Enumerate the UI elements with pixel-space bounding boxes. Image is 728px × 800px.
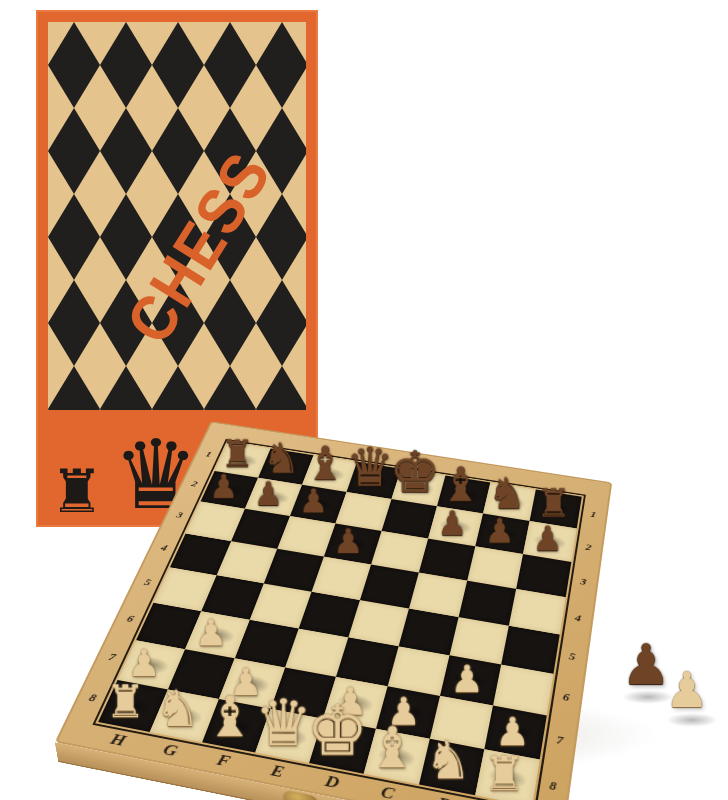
piece-light-queen[interactable]: ♛ (254, 693, 312, 754)
piece-light-rook[interactable]: ♜ (105, 681, 145, 723)
piece-dark-bishop[interactable]: ♝ (440, 463, 482, 507)
piece-dark-pawn[interactable]: ♟ (209, 472, 238, 503)
rank-label-3: 3 (566, 562, 601, 602)
piece-dark-knight[interactable]: ♞ (262, 439, 300, 479)
piece-light-pawn[interactable]: ♟ (450, 662, 484, 698)
rank-label-7: 7 (540, 715, 580, 765)
piece-dark-knight[interactable]: ♞ (487, 474, 526, 515)
piece-dark-rook[interactable]: ♜ (536, 485, 571, 522)
square-a2[interactable]: ♟ (523, 521, 577, 562)
piece-light-rook[interactable]: ♜ (483, 752, 525, 797)
piece-dark-queen[interactable]: ♛ (346, 442, 394, 493)
piece-light-knight[interactable]: ♞ (424, 736, 471, 786)
square-a4[interactable] (509, 589, 566, 635)
square-e4[interactable] (312, 557, 371, 600)
square-a5[interactable] (501, 626, 560, 674)
square-a8[interactable]: ♜ (475, 749, 539, 800)
piece-dark-pawn[interactable]: ♟ (437, 508, 467, 540)
square-c2[interactable]: ♟ (428, 506, 483, 546)
product-photo: CHESS ♜♛♚♝♞♟ ♜♞♝♛♚♝♞♜♟♟♟♟♟♟♟♟♟♟♟♟♟♟♜♞♝♛♚… (0, 0, 728, 800)
piece-light-bishop[interactable]: ♝ (205, 691, 255, 744)
rank-label-4: 4 (560, 597, 596, 640)
square-c3[interactable] (419, 539, 475, 581)
board-scene: ♜♞♝♛♚♝♞♜♟♟♟♟♟♟♟♟♟♟♟♟♟♟♜♞♝♛♚♝♞♜ HGFEDCBA … (0, 310, 728, 800)
piece-light-knight[interactable]: ♞ (155, 686, 200, 734)
piece-dark-pawn[interactable]: ♟ (333, 526, 363, 558)
piece-light-pawn[interactable]: ♟ (495, 714, 530, 751)
rank-label-6: 6 (547, 674, 585, 722)
piece-dark-pawn[interactable]: ♟ (485, 516, 515, 548)
piece-dark-bishop[interactable]: ♝ (305, 442, 346, 485)
rank-label-5: 5 (553, 634, 590, 679)
piece-light-king[interactable]: ♚ (306, 699, 368, 765)
piece-dark-rook[interactable]: ♜ (221, 437, 254, 472)
rank-label-1: 1 (577, 497, 610, 533)
piece-dark-king[interactable]: ♚ (389, 446, 440, 501)
square-c4[interactable] (409, 573, 467, 617)
chess-board: ♜♞♝♛♚♝♞♜♟♟♟♟♟♟♟♟♟♟♟♟♟♟♜♞♝♛♚♝♞♜ HGFEDCBA … (55, 421, 613, 800)
rank-label-2: 2 (571, 528, 605, 566)
piece-light-bishop[interactable]: ♝ (367, 722, 418, 776)
square-d3[interactable] (371, 531, 428, 573)
piece-light-pawn[interactable]: ♟ (195, 616, 228, 650)
piece-dark-pawn[interactable]: ♟ (532, 523, 562, 555)
piece-dark-pawn[interactable]: ♟ (299, 486, 328, 517)
piece-dark-pawn[interactable]: ♟ (254, 479, 283, 510)
rank-label-8: 8 (532, 760, 573, 800)
